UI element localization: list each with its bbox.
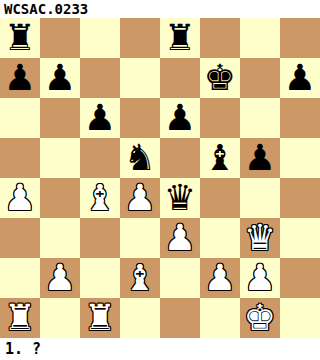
black-bishop[interactable]: ♝ xyxy=(204,138,236,178)
square-b8[interactable] xyxy=(40,18,80,58)
black-pawn[interactable]: ♟ xyxy=(44,58,76,98)
square-e3[interactable]: ♟ xyxy=(160,218,200,258)
black-pawn[interactable]: ♟ xyxy=(84,98,116,138)
black-pawn[interactable]: ♟ xyxy=(284,58,316,98)
square-g6[interactable] xyxy=(240,98,280,138)
square-c8[interactable] xyxy=(80,18,120,58)
square-h7[interactable]: ♟ xyxy=(280,58,320,98)
square-d8[interactable] xyxy=(120,18,160,58)
square-c2[interactable] xyxy=(80,258,120,298)
square-d3[interactable] xyxy=(120,218,160,258)
square-e8[interactable]: ♜ xyxy=(160,18,200,58)
square-b3[interactable] xyxy=(40,218,80,258)
square-f8[interactable] xyxy=(200,18,240,58)
square-d4[interactable]: ♟ xyxy=(120,178,160,218)
square-g5[interactable]: ♟ xyxy=(240,138,280,178)
square-h5[interactable] xyxy=(280,138,320,178)
square-a6[interactable] xyxy=(0,98,40,138)
square-f2[interactable]: ♟ xyxy=(200,258,240,298)
white-pawn[interactable]: ♟ xyxy=(244,258,276,298)
square-d5[interactable]: ♞ xyxy=(120,138,160,178)
square-g1[interactable]: ♚ xyxy=(240,298,280,338)
square-c3[interactable] xyxy=(80,218,120,258)
square-a3[interactable] xyxy=(0,218,40,258)
square-d1[interactable] xyxy=(120,298,160,338)
square-a5[interactable] xyxy=(0,138,40,178)
white-rook[interactable]: ♜ xyxy=(84,298,116,338)
square-h6[interactable] xyxy=(280,98,320,138)
chess-board: ♜♜♟♟♚♟♟♟♞♝♟♟♝♟♛♟♛♟♝♟♟♜♜♚ xyxy=(0,18,320,338)
square-a8[interactable]: ♜ xyxy=(0,18,40,58)
white-pawn[interactable]: ♟ xyxy=(124,178,156,218)
puzzle-title: WCSAC.0233 xyxy=(0,0,320,18)
chess-app-window: WCSAC.0233 ♜♜♟♟♚♟♟♟♞♝♟♟♝♟♛♟♛♟♝♟♟♜♜♚ 1. ? xyxy=(0,0,320,360)
square-b2[interactable]: ♟ xyxy=(40,258,80,298)
square-e7[interactable] xyxy=(160,58,200,98)
square-h1[interactable] xyxy=(280,298,320,338)
square-b7[interactable]: ♟ xyxy=(40,58,80,98)
square-c4[interactable]: ♝ xyxy=(80,178,120,218)
white-bishop[interactable]: ♝ xyxy=(124,258,156,298)
white-queen[interactable]: ♛ xyxy=(244,218,276,258)
black-pawn[interactable]: ♟ xyxy=(4,58,36,98)
square-f4[interactable] xyxy=(200,178,240,218)
square-b1[interactable] xyxy=(40,298,80,338)
square-h3[interactable] xyxy=(280,218,320,258)
square-a2[interactable] xyxy=(0,258,40,298)
square-f6[interactable] xyxy=(200,98,240,138)
white-pawn[interactable]: ♟ xyxy=(4,178,36,218)
black-pawn[interactable]: ♟ xyxy=(164,98,196,138)
white-king[interactable]: ♚ xyxy=(244,298,276,338)
square-a7[interactable]: ♟ xyxy=(0,58,40,98)
square-h4[interactable] xyxy=(280,178,320,218)
square-b5[interactable] xyxy=(40,138,80,178)
black-queen[interactable]: ♛ xyxy=(164,178,196,218)
square-e2[interactable] xyxy=(160,258,200,298)
white-pawn[interactable]: ♟ xyxy=(164,218,196,258)
square-d2[interactable]: ♝ xyxy=(120,258,160,298)
square-h8[interactable] xyxy=(280,18,320,58)
white-bishop[interactable]: ♝ xyxy=(84,178,116,218)
square-d7[interactable] xyxy=(120,58,160,98)
white-pawn[interactable]: ♟ xyxy=(204,258,236,298)
square-c6[interactable]: ♟ xyxy=(80,98,120,138)
square-e6[interactable]: ♟ xyxy=(160,98,200,138)
white-rook[interactable]: ♜ xyxy=(4,298,36,338)
square-e4[interactable]: ♛ xyxy=(160,178,200,218)
square-b6[interactable] xyxy=(40,98,80,138)
square-c1[interactable]: ♜ xyxy=(80,298,120,338)
square-g3[interactable]: ♛ xyxy=(240,218,280,258)
square-f5[interactable]: ♝ xyxy=(200,138,240,178)
square-g4[interactable] xyxy=(240,178,280,218)
square-e1[interactable] xyxy=(160,298,200,338)
square-f1[interactable] xyxy=(200,298,240,338)
square-c5[interactable] xyxy=(80,138,120,178)
square-f7[interactable]: ♚ xyxy=(200,58,240,98)
square-g8[interactable] xyxy=(240,18,280,58)
black-pawn[interactable]: ♟ xyxy=(244,138,276,178)
white-pawn[interactable]: ♟ xyxy=(44,258,76,298)
square-g7[interactable] xyxy=(240,58,280,98)
square-a1[interactable]: ♜ xyxy=(0,298,40,338)
black-king[interactable]: ♚ xyxy=(204,58,236,98)
black-rook[interactable]: ♜ xyxy=(164,18,196,58)
move-prompt: 1. ? xyxy=(0,338,320,360)
black-knight[interactable]: ♞ xyxy=(124,138,156,178)
square-d6[interactable] xyxy=(120,98,160,138)
square-f3[interactable] xyxy=(200,218,240,258)
square-b4[interactable] xyxy=(40,178,80,218)
square-a4[interactable]: ♟ xyxy=(0,178,40,218)
square-e5[interactable] xyxy=(160,138,200,178)
square-h2[interactable] xyxy=(280,258,320,298)
black-rook[interactable]: ♜ xyxy=(4,18,36,58)
square-c7[interactable] xyxy=(80,58,120,98)
square-g2[interactable]: ♟ xyxy=(240,258,280,298)
